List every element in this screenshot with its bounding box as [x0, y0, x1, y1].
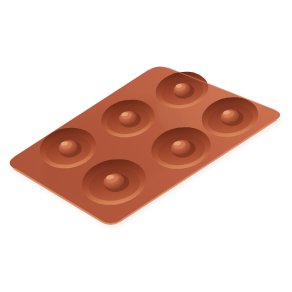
donut-mold-photo [0, 0, 292, 292]
photo-canvas [0, 0, 292, 292]
